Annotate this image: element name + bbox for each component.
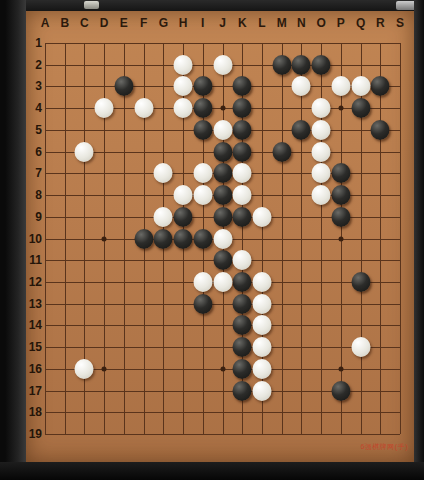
board-frame-left xyxy=(0,0,26,480)
row-label-9: 9 xyxy=(35,209,42,223)
black-stone-K4 xyxy=(233,98,252,118)
white-stone-L17 xyxy=(252,381,271,401)
star-point-D16 xyxy=(102,366,107,371)
white-stone-K8 xyxy=(233,185,252,205)
white-stone-L9 xyxy=(252,207,271,227)
white-stone-J5 xyxy=(213,120,232,140)
white-stone-O4 xyxy=(312,98,331,118)
black-stone-K14 xyxy=(233,315,252,335)
black-stone-N2 xyxy=(292,55,311,75)
black-stone-R5 xyxy=(371,120,390,140)
black-stone-P7 xyxy=(331,163,350,183)
row-label-3: 3 xyxy=(35,79,42,93)
black-stone-K3 xyxy=(233,76,252,96)
row-label-10: 10 xyxy=(29,231,42,245)
row-label-16: 16 xyxy=(29,362,42,376)
black-stone-I5 xyxy=(193,120,212,140)
black-stone-K16 xyxy=(233,359,252,379)
white-stone-H4 xyxy=(174,98,193,118)
column-label-F: F xyxy=(140,16,147,30)
column-label-K: K xyxy=(238,16,247,30)
black-stone-N5 xyxy=(292,120,311,140)
grid-line-vertical xyxy=(301,43,302,434)
black-stone-I13 xyxy=(193,294,212,314)
column-label-P: P xyxy=(337,16,345,30)
white-stone-J12 xyxy=(213,272,232,292)
black-stone-R3 xyxy=(371,76,390,96)
row-labels: 12345678910111213141516171819 xyxy=(26,43,42,434)
white-stone-L16 xyxy=(252,359,271,379)
row-label-12: 12 xyxy=(29,275,42,289)
column-label-M: M xyxy=(277,16,287,30)
black-stone-P8 xyxy=(331,185,350,205)
black-stone-K6 xyxy=(233,142,252,162)
white-stone-O8 xyxy=(312,185,331,205)
column-label-A: A xyxy=(41,16,50,30)
black-stone-K5 xyxy=(233,120,252,140)
go-board: ABCDEFGHIJKLMNOPQRS 12345678910111213141… xyxy=(26,11,414,462)
column-label-L: L xyxy=(258,16,265,30)
white-stone-O6 xyxy=(312,142,331,162)
column-label-I: I xyxy=(201,16,204,30)
watermark-text: 6强棋牌网(手) xyxy=(360,442,408,452)
black-stone-P9 xyxy=(331,207,350,227)
star-point-J16 xyxy=(220,366,225,371)
grid-line-vertical xyxy=(282,43,283,434)
row-label-6: 6 xyxy=(35,144,42,158)
row-label-11: 11 xyxy=(29,253,42,267)
white-stone-O5 xyxy=(312,120,331,140)
column-label-N: N xyxy=(297,16,306,30)
white-stone-L12 xyxy=(252,272,271,292)
column-label-S: S xyxy=(396,16,404,30)
star-point-D10 xyxy=(102,236,107,241)
frame-clip-icon xyxy=(84,1,99,9)
white-stone-F4 xyxy=(134,98,153,118)
frame-clip-icon xyxy=(396,1,416,10)
black-stone-G10 xyxy=(154,229,173,249)
black-stone-H9 xyxy=(174,207,193,227)
white-stone-O7 xyxy=(312,163,331,183)
white-stone-C6 xyxy=(75,142,94,162)
row-label-4: 4 xyxy=(35,101,42,115)
board-frame-right xyxy=(414,0,424,480)
black-stone-P17 xyxy=(331,381,350,401)
row-label-2: 2 xyxy=(35,57,42,71)
column-label-R: R xyxy=(376,16,385,30)
white-stone-H3 xyxy=(174,76,193,96)
black-stone-K13 xyxy=(233,294,252,314)
star-point-P4 xyxy=(338,106,343,111)
column-label-E: E xyxy=(120,16,128,30)
black-stone-M6 xyxy=(272,142,291,162)
white-stone-J10 xyxy=(213,229,232,249)
black-stone-K17 xyxy=(233,381,252,401)
column-label-D: D xyxy=(100,16,109,30)
column-label-J: J xyxy=(219,16,226,30)
black-stone-I10 xyxy=(193,229,212,249)
board-frame-top xyxy=(0,0,424,11)
column-label-C: C xyxy=(80,16,89,30)
black-stone-I4 xyxy=(193,98,212,118)
grid-line-horizontal xyxy=(45,304,400,305)
star-point-P10 xyxy=(338,236,343,241)
white-stone-I8 xyxy=(193,185,212,205)
go-broadcast-screenshot: ABCDEFGHIJKLMNOPQRS 12345678910111213141… xyxy=(0,0,424,480)
column-label-B: B xyxy=(60,16,69,30)
white-stone-G9 xyxy=(154,207,173,227)
black-stone-H10 xyxy=(174,229,193,249)
star-point-P16 xyxy=(338,366,343,371)
board-frame-bottom xyxy=(0,462,424,480)
black-stone-J11 xyxy=(213,250,232,270)
white-stone-Q3 xyxy=(351,76,370,96)
black-stone-E3 xyxy=(114,76,133,96)
white-stone-I12 xyxy=(193,272,212,292)
row-label-5: 5 xyxy=(35,123,42,137)
white-stone-P3 xyxy=(331,76,350,96)
black-stone-O2 xyxy=(312,55,331,75)
black-stone-K15 xyxy=(233,337,252,357)
star-point-J4 xyxy=(220,106,225,111)
row-label-8: 8 xyxy=(35,188,42,202)
grid-line-horizontal xyxy=(45,347,400,348)
grid-line-horizontal xyxy=(45,434,400,435)
column-label-G: G xyxy=(159,16,168,30)
white-stone-J2 xyxy=(213,55,232,75)
row-label-18: 18 xyxy=(29,405,42,419)
black-stone-J6 xyxy=(213,142,232,162)
column-label-O: O xyxy=(316,16,325,30)
grid-line-horizontal xyxy=(45,325,400,326)
row-label-17: 17 xyxy=(29,383,42,397)
column-label-H: H xyxy=(179,16,188,30)
black-stone-I3 xyxy=(193,76,212,96)
white-stone-I7 xyxy=(193,163,212,183)
grid-line-vertical xyxy=(380,43,381,434)
black-stone-Q12 xyxy=(351,272,370,292)
white-stone-G7 xyxy=(154,163,173,183)
black-stone-J8 xyxy=(213,185,232,205)
white-stone-L15 xyxy=(252,337,271,357)
row-label-15: 15 xyxy=(29,340,42,354)
black-stone-J9 xyxy=(213,207,232,227)
column-labels: ABCDEFGHIJKLMNOPQRS xyxy=(45,16,400,32)
white-stone-C16 xyxy=(75,359,94,379)
white-stone-H2 xyxy=(174,55,193,75)
column-label-Q: Q xyxy=(356,16,365,30)
black-stone-K9 xyxy=(233,207,252,227)
grid-line-vertical xyxy=(400,43,401,434)
white-stone-D4 xyxy=(95,98,114,118)
black-stone-Q4 xyxy=(351,98,370,118)
black-stone-M2 xyxy=(272,55,291,75)
black-stone-F10 xyxy=(134,229,153,249)
board-grid xyxy=(45,43,400,434)
white-stone-Q15 xyxy=(351,337,370,357)
row-label-14: 14 xyxy=(29,318,42,332)
black-stone-K12 xyxy=(233,272,252,292)
white-stone-L13 xyxy=(252,294,271,314)
white-stone-K11 xyxy=(233,250,252,270)
white-stone-H8 xyxy=(174,185,193,205)
black-stone-J7 xyxy=(213,163,232,183)
row-label-13: 13 xyxy=(29,296,42,310)
grid-line-horizontal xyxy=(45,412,400,413)
row-label-1: 1 xyxy=(35,36,42,50)
row-label-7: 7 xyxy=(35,166,42,180)
white-stone-L14 xyxy=(252,315,271,335)
white-stone-N3 xyxy=(292,76,311,96)
row-label-19: 19 xyxy=(29,427,42,441)
white-stone-K7 xyxy=(233,163,252,183)
